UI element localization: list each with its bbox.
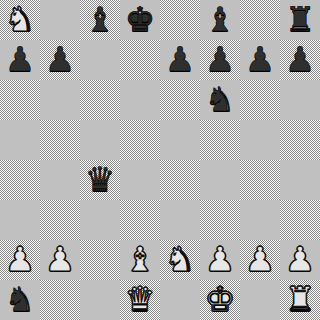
square-e5[interactable] (160, 120, 200, 160)
square-h6[interactable] (280, 80, 320, 120)
square-a5[interactable] (0, 120, 40, 160)
square-e3[interactable] (160, 200, 200, 240)
white-pawn[interactable]: ♟ (245, 240, 275, 279)
black-queen[interactable]: ♛ (85, 160, 115, 199)
square-a1[interactable]: ♞ (0, 280, 40, 320)
square-f8[interactable]: ♝ (200, 0, 240, 40)
square-d4[interactable] (120, 160, 160, 200)
square-g4[interactable] (240, 160, 280, 200)
white-pawn[interactable]: ♟ (205, 240, 235, 279)
square-h1[interactable]: ♜ (280, 280, 320, 320)
black-pawn[interactable]: ♟ (205, 40, 235, 79)
square-d8[interactable]: ♚ (120, 0, 160, 40)
square-b7[interactable]: ♟ (40, 40, 80, 80)
square-b4[interactable] (40, 160, 80, 200)
square-d6[interactable] (120, 80, 160, 120)
square-d1[interactable]: ♛ (120, 280, 160, 320)
black-king[interactable]: ♚ (125, 0, 155, 39)
square-g3[interactable] (240, 200, 280, 240)
square-c2[interactable] (80, 240, 120, 280)
square-e2[interactable]: ♞ (160, 240, 200, 280)
square-e1[interactable] (160, 280, 200, 320)
square-c3[interactable] (80, 200, 120, 240)
square-f6[interactable]: ♞ (200, 80, 240, 120)
white-knight[interactable]: ♞ (165, 240, 195, 279)
square-b8[interactable] (40, 0, 80, 40)
square-h4[interactable] (280, 160, 320, 200)
black-knight[interactable]: ♞ (5, 280, 35, 319)
square-d7[interactable] (120, 40, 160, 80)
square-g2[interactable]: ♟ (240, 240, 280, 280)
white-pawn[interactable]: ♟ (45, 240, 75, 279)
square-b2[interactable]: ♟ (40, 240, 80, 280)
square-e6[interactable] (160, 80, 200, 120)
square-a2[interactable]: ♟ (0, 240, 40, 280)
black-pawn[interactable]: ♟ (285, 40, 315, 79)
square-g8[interactable] (240, 0, 280, 40)
square-c1[interactable] (80, 280, 120, 320)
square-a6[interactable] (0, 80, 40, 120)
square-f1[interactable]: ♚ (200, 280, 240, 320)
square-f2[interactable]: ♟ (200, 240, 240, 280)
square-h5[interactable] (280, 120, 320, 160)
black-knight[interactable]: ♞ (205, 80, 235, 119)
black-pawn[interactable]: ♟ (45, 40, 75, 79)
black-rook[interactable]: ♜ (285, 0, 315, 39)
black-pawn[interactable]: ♟ (245, 40, 275, 79)
square-c8[interactable]: ♝ (80, 0, 120, 40)
square-b1[interactable] (40, 280, 80, 320)
square-c5[interactable] (80, 120, 120, 160)
square-h7[interactable]: ♟ (280, 40, 320, 80)
square-f4[interactable] (200, 160, 240, 200)
square-d5[interactable] (120, 120, 160, 160)
white-knight[interactable]: ♞ (5, 0, 35, 39)
white-pawn[interactable]: ♟ (5, 240, 35, 279)
black-pawn[interactable]: ♟ (5, 40, 35, 79)
square-a8[interactable]: ♞ (0, 0, 40, 40)
white-king[interactable]: ♚ (205, 280, 235, 319)
white-pawn[interactable]: ♟ (285, 240, 315, 279)
square-g7[interactable]: ♟ (240, 40, 280, 80)
square-g6[interactable] (240, 80, 280, 120)
black-bishop[interactable]: ♝ (205, 0, 235, 39)
square-c4[interactable]: ♛ (80, 160, 120, 200)
square-f3[interactable] (200, 200, 240, 240)
square-a4[interactable] (0, 160, 40, 200)
square-a7[interactable]: ♟ (0, 40, 40, 80)
square-c7[interactable] (80, 40, 120, 80)
white-queen[interactable]: ♛ (125, 280, 155, 319)
black-pawn[interactable]: ♟ (165, 40, 195, 79)
square-b3[interactable] (40, 200, 80, 240)
square-f5[interactable] (200, 120, 240, 160)
square-b6[interactable] (40, 80, 80, 120)
white-rook[interactable]: ♜ (285, 280, 315, 319)
square-e8[interactable] (160, 0, 200, 40)
square-g1[interactable] (240, 280, 280, 320)
white-bishop[interactable]: ♝ (125, 240, 155, 279)
square-e7[interactable]: ♟ (160, 40, 200, 80)
square-h3[interactable] (280, 200, 320, 240)
chess-board: ♞♝♚♝♜♟♟♟♟♟♟♞♛♟♟♝♞♟♟♟♞♛♚♜ (0, 0, 320, 320)
square-h8[interactable]: ♜ (280, 0, 320, 40)
square-d2[interactable]: ♝ (120, 240, 160, 280)
square-a3[interactable] (0, 200, 40, 240)
square-f7[interactable]: ♟ (200, 40, 240, 80)
square-e4[interactable] (160, 160, 200, 200)
square-c6[interactable] (80, 80, 120, 120)
square-h2[interactable]: ♟ (280, 240, 320, 280)
square-d3[interactable] (120, 200, 160, 240)
square-b5[interactable] (40, 120, 80, 160)
square-g5[interactable] (240, 120, 280, 160)
black-bishop[interactable]: ♝ (85, 0, 115, 39)
